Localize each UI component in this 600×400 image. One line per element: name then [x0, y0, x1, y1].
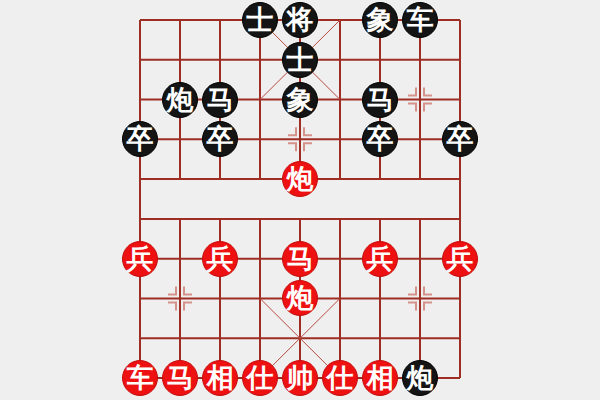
piece-red-cannon[interactable]: 炮: [282, 161, 318, 197]
piece-red-horse[interactable]: 马: [282, 241, 318, 277]
piece-black-soldier[interactable]: 卒: [362, 121, 398, 157]
piece-black-elephant[interactable]: 象: [282, 82, 318, 118]
piece-black-soldier[interactable]: 卒: [122, 121, 158, 157]
piece-red-chariot[interactable]: 车: [122, 360, 158, 396]
piece-red-general[interactable]: 帅: [282, 360, 318, 396]
piece-red-soldier[interactable]: 兵: [202, 241, 238, 277]
piece-black-advisor[interactable]: 士: [242, 2, 278, 38]
xiangqi-board: 士将象车士炮马象马卒卒卒卒炮兵兵马兵兵炮车马相仕帅仕相炮: [0, 0, 600, 400]
piece-black-horse[interactable]: 马: [202, 82, 238, 118]
piece-red-advisor[interactable]: 仕: [242, 360, 278, 396]
piece-black-chariot[interactable]: 车: [402, 2, 438, 38]
piece-red-cannon[interactable]: 炮: [282, 280, 318, 316]
piece-red-elephant[interactable]: 相: [362, 360, 398, 396]
piece-red-soldier[interactable]: 兵: [122, 241, 158, 277]
piece-black-general[interactable]: 将: [282, 2, 318, 38]
piece-red-horse[interactable]: 马: [162, 360, 198, 396]
piece-black-cannon[interactable]: 炮: [162, 82, 198, 118]
piece-red-soldier[interactable]: 兵: [442, 241, 478, 277]
piece-black-elephant[interactable]: 象: [362, 2, 398, 38]
board-intersections[interactable]: 士将象车士炮马象马卒卒卒卒炮兵兵马兵兵炮车马相仕帅仕相炮: [120, 0, 480, 398]
piece-red-elephant[interactable]: 相: [202, 360, 238, 396]
piece-red-soldier[interactable]: 兵: [362, 241, 398, 277]
piece-black-soldier[interactable]: 卒: [442, 121, 478, 157]
piece-red-advisor[interactable]: 仕: [322, 360, 358, 396]
piece-black-advisor[interactable]: 士: [282, 42, 318, 78]
piece-black-cannon[interactable]: 炮: [402, 360, 438, 396]
piece-black-horse[interactable]: 马: [362, 82, 398, 118]
piece-black-soldier[interactable]: 卒: [202, 121, 238, 157]
